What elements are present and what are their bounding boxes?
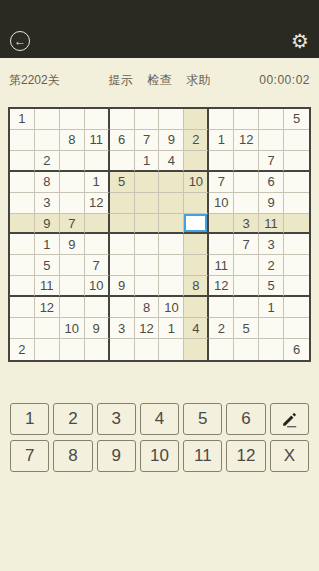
cell-r11c3[interactable]: 10: [60, 318, 85, 339]
cell-r11c12[interactable]: [284, 318, 309, 339]
cell-r6c8[interactable]: [184, 214, 209, 235]
cell-r1c1[interactable]: 1: [10, 109, 35, 130]
cell-r2c11[interactable]: [259, 130, 284, 151]
cell-r1c7[interactable]: [159, 109, 184, 130]
cell-r5c12[interactable]: [284, 193, 309, 214]
cell-r7c8[interactable]: [184, 234, 209, 255]
cell-r12c12[interactable]: 6: [284, 339, 309, 360]
cell-r12c7[interactable]: [159, 339, 184, 360]
cell-r1c3[interactable]: [60, 109, 85, 130]
check-button[interactable]: 检查: [147, 72, 171, 89]
cell-r12c5[interactable]: [110, 339, 135, 360]
cell-r6c11[interactable]: 11: [259, 214, 284, 235]
cell-r3c11[interactable]: 7: [259, 151, 284, 172]
cell-r7c3[interactable]: 9: [60, 234, 85, 255]
cell-r6c6[interactable]: [135, 214, 160, 235]
toolbar-actions: 提示 检查 求助: [108, 72, 210, 89]
cell-r4c2[interactable]: 8: [35, 172, 60, 193]
cell-r2c2[interactable]: [35, 130, 60, 151]
cell-r11c1[interactable]: [10, 318, 35, 339]
cell-r9c3[interactable]: [60, 276, 85, 297]
cell-r3c12[interactable]: [284, 151, 309, 172]
cell-r11c10[interactable]: 5: [234, 318, 259, 339]
cell-r6c9[interactable]: [209, 214, 234, 235]
cell-r3c6[interactable]: 1: [135, 151, 160, 172]
key-11[interactable]: 11: [183, 440, 222, 472]
cell-r6c4[interactable]: [85, 214, 110, 235]
cell-r1c5[interactable]: [110, 109, 135, 130]
cell-r7c5[interactable]: [110, 234, 135, 255]
cell-r8c3[interactable]: [60, 255, 85, 276]
help-button[interactable]: 求助: [186, 72, 210, 89]
key-3[interactable]: 3: [97, 403, 136, 435]
cell-r10c1[interactable]: [10, 297, 35, 318]
cell-r2c5[interactable]: 6: [110, 130, 135, 151]
cell-r3c10[interactable]: [234, 151, 259, 172]
cell-r7c12[interactable]: [284, 234, 309, 255]
cell-r10c8[interactable]: [184, 297, 209, 318]
cell-r12c10[interactable]: [234, 339, 259, 360]
cell-r11c4[interactable]: 9: [85, 318, 110, 339]
key-12[interactable]: 12: [226, 440, 265, 472]
cell-r8c5[interactable]: [110, 255, 135, 276]
cell-r5c4[interactable]: 12: [85, 193, 110, 214]
cell-r7c4[interactable]: [85, 234, 110, 255]
cell-r11c8[interactable]: 4: [184, 318, 209, 339]
cell-r5c1[interactable]: [10, 193, 35, 214]
cell-r11c5[interactable]: 3: [110, 318, 135, 339]
cell-r4c9[interactable]: 7: [209, 172, 234, 193]
cell-r4c1[interactable]: [10, 172, 35, 193]
cell-r3c1[interactable]: [10, 151, 35, 172]
cell-r4c10[interactable]: [234, 172, 259, 193]
cell-r7c1[interactable]: [10, 234, 35, 255]
cell-r1c8[interactable]: [184, 109, 209, 130]
settings-button[interactable]: ⚙: [291, 31, 309, 51]
cell-r3c7[interactable]: 4: [159, 151, 184, 172]
cell-r9c2[interactable]: 11: [35, 276, 60, 297]
key-8[interactable]: 8: [53, 440, 92, 472]
cell-r9c9[interactable]: 12: [209, 276, 234, 297]
pencil-icon: [280, 410, 299, 429]
cell-r12c2[interactable]: [35, 339, 60, 360]
cell-r2c6[interactable]: 7: [135, 130, 160, 151]
cell-r12c1[interactable]: 2: [10, 339, 35, 360]
cell-r3c8[interactable]: [184, 151, 209, 172]
cell-r9c10[interactable]: [234, 276, 259, 297]
cell-r12c9[interactable]: [209, 339, 234, 360]
key-10[interactable]: 10: [140, 440, 179, 472]
header: ← ⚙: [0, 0, 319, 58]
cell-r6c10[interactable]: 3: [234, 214, 259, 235]
cell-r10c7[interactable]: 10: [159, 297, 184, 318]
cell-r4c5[interactable]: 5: [110, 172, 135, 193]
cell-r8c6[interactable]: [135, 255, 160, 276]
cell-r6c1[interactable]: [10, 214, 35, 235]
cell-r9c12[interactable]: [284, 276, 309, 297]
cell-r7c9[interactable]: [209, 234, 234, 255]
cell-r8c8[interactable]: [184, 255, 209, 276]
cell-r2c9[interactable]: 1: [209, 130, 234, 151]
cell-r2c4[interactable]: 11: [85, 130, 110, 151]
cell-r6c3[interactable]: 7: [60, 214, 85, 235]
cell-r6c7[interactable]: [159, 214, 184, 235]
cell-r10c4[interactable]: [85, 297, 110, 318]
cell-r9c11[interactable]: 5: [259, 276, 284, 297]
cell-r9c1[interactable]: [10, 276, 35, 297]
cell-r6c2[interactable]: 9: [35, 214, 60, 235]
key-5[interactable]: 5: [183, 403, 222, 435]
cell-r3c5[interactable]: [110, 151, 135, 172]
cell-r3c3[interactable]: [60, 151, 85, 172]
cell-r9c7[interactable]: [159, 276, 184, 297]
cell-r8c4[interactable]: 7: [85, 255, 110, 276]
cell-r8c9[interactable]: 11: [209, 255, 234, 276]
cell-r8c11[interactable]: 2: [259, 255, 284, 276]
cell-r10c3[interactable]: [60, 297, 85, 318]
clear-button[interactable]: X: [270, 440, 309, 472]
key-4[interactable]: 4: [140, 403, 179, 435]
cell-r2c1[interactable]: [10, 130, 35, 151]
hint-button[interactable]: 提示: [108, 72, 132, 89]
cell-r8c2[interactable]: 5: [35, 255, 60, 276]
cell-r4c11[interactable]: 6: [259, 172, 284, 193]
cell-r12c6[interactable]: [135, 339, 160, 360]
cell-r1c4[interactable]: [85, 109, 110, 130]
cell-r12c4[interactable]: [85, 339, 110, 360]
key-9[interactable]: 9: [97, 440, 136, 472]
cell-r5c7[interactable]: [159, 193, 184, 214]
key-1[interactable]: 1: [10, 403, 49, 435]
cell-r4c8[interactable]: 10: [184, 172, 209, 193]
cell-r11c11[interactable]: [259, 318, 284, 339]
cell-r12c8[interactable]: [184, 339, 209, 360]
cell-r8c1[interactable]: [10, 255, 35, 276]
cell-r8c7[interactable]: [159, 255, 184, 276]
cell-r5c10[interactable]: [234, 193, 259, 214]
cell-r6c12[interactable]: [284, 214, 309, 235]
cell-r1c2[interactable]: [35, 109, 60, 130]
cell-r5c11[interactable]: 9: [259, 193, 284, 214]
cell-r9c8[interactable]: 8: [184, 276, 209, 297]
cell-r3c4[interactable]: [85, 151, 110, 172]
cell-r10c5[interactable]: [110, 297, 135, 318]
cell-r5c9[interactable]: 10: [209, 193, 234, 214]
cell-r5c2[interactable]: 3: [35, 193, 60, 214]
cell-r10c10[interactable]: [234, 297, 259, 318]
cell-r2c3[interactable]: 8: [60, 130, 85, 151]
cell-r2c8[interactable]: 2: [184, 130, 209, 151]
cell-r2c7[interactable]: 9: [159, 130, 184, 151]
cell-r4c6[interactable]: [135, 172, 160, 193]
cell-r4c12[interactable]: [284, 172, 309, 193]
app-screen: ← ⚙ 第2202关 提示 检查 求助 00:00:02 15811679211…: [0, 0, 319, 571]
cell-r3c9[interactable]: [209, 151, 234, 172]
cell-r8c10[interactable]: [234, 255, 259, 276]
cell-r4c7[interactable]: [159, 172, 184, 193]
cell-r5c8[interactable]: [184, 193, 209, 214]
key-7[interactable]: 7: [10, 440, 49, 472]
toolbar: 第2202关 提示 检查 求助 00:00:02: [0, 58, 319, 102]
cell-r7c6[interactable]: [135, 234, 160, 255]
number-pad: 123456789101112X: [10, 403, 309, 472]
back-button[interactable]: ←: [10, 31, 30, 51]
cell-r11c6[interactable]: 12: [135, 318, 160, 339]
cell-r12c11[interactable]: [259, 339, 284, 360]
cell-r11c9[interactable]: 2: [209, 318, 234, 339]
cell-r4c4[interactable]: 1: [85, 172, 110, 193]
sudoku-board: 1581167921122147815107631210997311197357…: [8, 107, 311, 362]
cell-r1c12[interactable]: 5: [284, 109, 309, 130]
cell-r1c9[interactable]: [209, 109, 234, 130]
cell-r2c10[interactable]: 12: [234, 130, 259, 151]
cell-r7c11[interactable]: 3: [259, 234, 284, 255]
cell-r10c6[interactable]: 8: [135, 297, 160, 318]
key-2[interactable]: 2: [53, 403, 92, 435]
cell-r10c9[interactable]: [209, 297, 234, 318]
cell-r9c5[interactable]: 9: [110, 276, 135, 297]
cell-r10c11[interactable]: 1: [259, 297, 284, 318]
cell-r6c5[interactable]: [110, 214, 135, 235]
cell-r5c6[interactable]: [135, 193, 160, 214]
cell-r1c10[interactable]: [234, 109, 259, 130]
cell-r12c3[interactable]: [60, 339, 85, 360]
cell-r7c10[interactable]: 7: [234, 234, 259, 255]
cell-r5c5[interactable]: [110, 193, 135, 214]
key-6[interactable]: 6: [226, 403, 265, 435]
pencil-button[interactable]: [270, 403, 309, 435]
cell-r10c12[interactable]: [284, 297, 309, 318]
cell-r11c2[interactable]: [35, 318, 60, 339]
cell-r5c3[interactable]: [60, 193, 85, 214]
cell-r3c2[interactable]: 2: [35, 151, 60, 172]
cell-r4c3[interactable]: [60, 172, 85, 193]
cell-r9c6[interactable]: [135, 276, 160, 297]
cell-r1c6[interactable]: [135, 109, 160, 130]
level-label: 第2202关: [9, 72, 60, 89]
cell-r9c4[interactable]: 10: [85, 276, 110, 297]
gear-icon: ⚙: [291, 30, 309, 52]
cell-r7c2[interactable]: 1: [35, 234, 60, 255]
cell-r7c7[interactable]: [159, 234, 184, 255]
timer: 00:00:02: [259, 73, 310, 87]
back-arrow-icon: ←: [14, 35, 26, 47]
cell-r10c2[interactable]: 12: [35, 297, 60, 318]
cell-r11c7[interactable]: 1: [159, 318, 184, 339]
cell-r8c12[interactable]: [284, 255, 309, 276]
cell-r1c11[interactable]: [259, 109, 284, 130]
cell-r2c12[interactable]: [284, 130, 309, 151]
